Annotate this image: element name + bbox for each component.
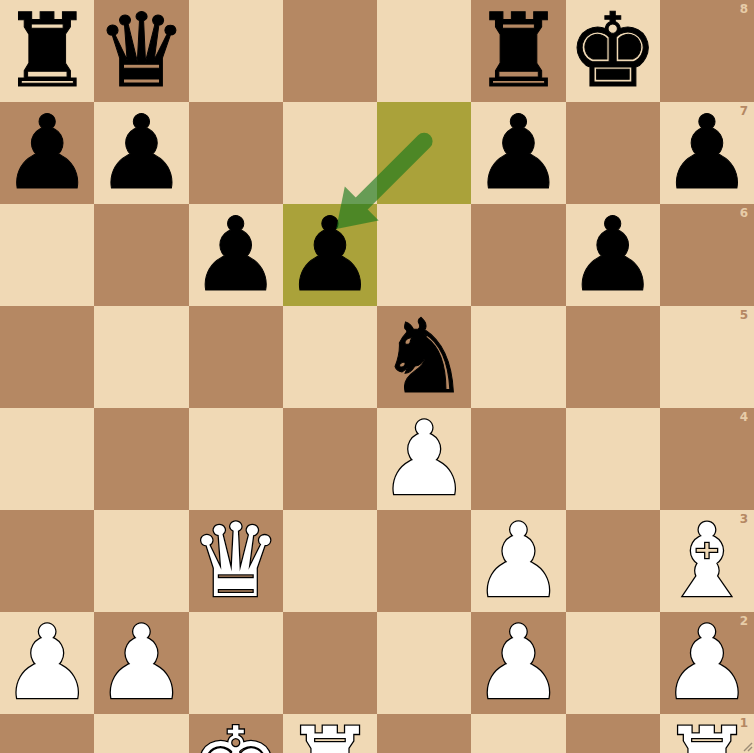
square-b5[interactable]: [94, 306, 188, 408]
square-f5[interactable]: [471, 306, 565, 408]
square-d5[interactable]: [283, 306, 377, 408]
last-move-highlight-e7: [377, 102, 471, 204]
square-e7[interactable]: [377, 102, 471, 204]
black-queen[interactable]: ♛: [96, 0, 187, 102]
black-pawn[interactable]: ♟: [567, 204, 658, 306]
square-b3[interactable]: [94, 510, 188, 612]
square-c2[interactable]: [189, 612, 283, 714]
square-h6[interactable]: 6: [660, 204, 754, 306]
square-g6[interactable]: ♟: [566, 204, 660, 306]
square-b4[interactable]: [94, 408, 188, 510]
black-pawn[interactable]: ♟: [190, 204, 281, 306]
square-e8[interactable]: [377, 0, 471, 102]
square-g7[interactable]: [566, 102, 660, 204]
resize-handle-icon[interactable]: [740, 739, 754, 753]
square-f7[interactable]: ♟: [471, 102, 565, 204]
rank-label-2: 2: [740, 615, 748, 627]
white-bishop[interactable]: ♝: [661, 510, 752, 612]
square-d6[interactable]: ♟: [283, 204, 377, 306]
square-b8[interactable]: ♛: [94, 0, 188, 102]
square-c8[interactable]: [189, 0, 283, 102]
square-b6[interactable]: [94, 204, 188, 306]
white-pawn[interactable]: ♟: [473, 612, 564, 714]
square-f3[interactable]: ♟: [471, 510, 565, 612]
square-e6[interactable]: [377, 204, 471, 306]
square-h7[interactable]: ♟7: [660, 102, 754, 204]
white-pawn[interactable]: ♟: [96, 612, 187, 714]
rank-label-4: 4: [740, 411, 748, 423]
square-d2[interactable]: [283, 612, 377, 714]
square-d8[interactable]: [283, 0, 377, 102]
black-pawn[interactable]: ♟: [473, 102, 564, 204]
square-c3[interactable]: ♛: [189, 510, 283, 612]
square-e4[interactable]: ♟: [377, 408, 471, 510]
square-b7[interactable]: ♟: [94, 102, 188, 204]
square-a7[interactable]: ♟: [0, 102, 94, 204]
square-h3[interactable]: ♝3: [660, 510, 754, 612]
square-d7[interactable]: [283, 102, 377, 204]
square-e1[interactable]: e: [377, 714, 471, 753]
black-rook[interactable]: ♜: [1, 0, 92, 102]
square-g1[interactable]: g: [566, 714, 660, 753]
black-pawn[interactable]: ♟: [1, 102, 92, 204]
square-a8[interactable]: ♜: [0, 0, 94, 102]
rank-label-6: 6: [740, 207, 748, 219]
black-rook[interactable]: ♜: [473, 0, 564, 102]
square-h4[interactable]: 4: [660, 408, 754, 510]
black-knight[interactable]: ♞: [378, 306, 469, 408]
square-c1[interactable]: ♚c: [189, 714, 283, 753]
square-h2[interactable]: ♟2: [660, 612, 754, 714]
square-a2[interactable]: ♟: [0, 612, 94, 714]
square-c5[interactable]: [189, 306, 283, 408]
white-king[interactable]: ♚: [190, 714, 281, 753]
square-h8[interactable]: 8: [660, 0, 754, 102]
chess-board: ♜♛♜♚8♟♟♟♟7♟♟♟6♞5♟4♛♟♝3♟♟♟♟2ab♚c♜defg♜1h: [0, 0, 754, 753]
square-d3[interactable]: [283, 510, 377, 612]
square-c4[interactable]: [189, 408, 283, 510]
square-g3[interactable]: [566, 510, 660, 612]
white-rook[interactable]: ♜: [284, 714, 375, 753]
square-b2[interactable]: ♟: [94, 612, 188, 714]
black-pawn[interactable]: ♟: [96, 102, 187, 204]
rank-label-8: 8: [740, 3, 748, 15]
square-g2[interactable]: [566, 612, 660, 714]
square-g8[interactable]: ♚: [566, 0, 660, 102]
black-king[interactable]: ♚: [567, 0, 658, 102]
square-a6[interactable]: [0, 204, 94, 306]
square-f4[interactable]: [471, 408, 565, 510]
square-a4[interactable]: [0, 408, 94, 510]
square-f8[interactable]: ♜: [471, 0, 565, 102]
square-g5[interactable]: [566, 306, 660, 408]
rank-label-5: 5: [740, 309, 748, 321]
square-e5[interactable]: ♞: [377, 306, 471, 408]
black-pawn[interactable]: ♟: [284, 204, 375, 306]
white-pawn[interactable]: ♟: [473, 510, 564, 612]
rank-label-1: 1: [740, 717, 748, 729]
square-h5[interactable]: 5: [660, 306, 754, 408]
square-c7[interactable]: [189, 102, 283, 204]
white-pawn[interactable]: ♟: [378, 408, 469, 510]
white-pawn[interactable]: ♟: [1, 612, 92, 714]
square-a5[interactable]: [0, 306, 94, 408]
rank-label-7: 7: [740, 105, 748, 117]
square-a3[interactable]: [0, 510, 94, 612]
square-e2[interactable]: [377, 612, 471, 714]
square-g4[interactable]: [566, 408, 660, 510]
square-d4[interactable]: [283, 408, 377, 510]
rank-label-3: 3: [740, 513, 748, 525]
white-queen[interactable]: ♛: [190, 510, 281, 612]
black-pawn[interactable]: ♟: [661, 102, 752, 204]
square-f6[interactable]: [471, 204, 565, 306]
square-d1[interactable]: ♜d: [283, 714, 377, 753]
white-pawn[interactable]: ♟: [661, 612, 752, 714]
square-e3[interactable]: [377, 510, 471, 612]
square-c6[interactable]: ♟: [189, 204, 283, 306]
square-f2[interactable]: ♟: [471, 612, 565, 714]
